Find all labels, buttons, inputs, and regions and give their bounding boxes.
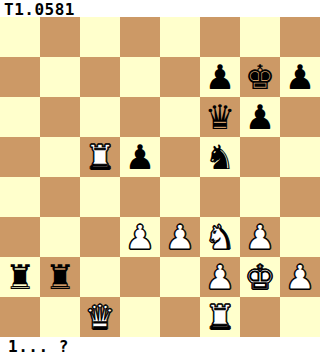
square-g5[interactable] xyxy=(240,137,280,177)
piece-white-pawn: ♟ xyxy=(125,220,155,254)
square-b3[interactable] xyxy=(40,217,80,257)
puzzle-id-label: T1.0581 xyxy=(0,0,320,17)
piece-white-pawn: ♟ xyxy=(165,220,195,254)
square-d5[interactable]: ♟ xyxy=(120,137,160,177)
square-c6[interactable] xyxy=(80,97,120,137)
square-a1[interactable] xyxy=(0,297,40,337)
square-e8[interactable] xyxy=(160,17,200,57)
square-e3[interactable]: ♟ xyxy=(160,217,200,257)
square-a3[interactable] xyxy=(0,217,40,257)
square-b4[interactable] xyxy=(40,177,80,217)
square-d6[interactable] xyxy=(120,97,160,137)
square-f7[interactable]: ♟ xyxy=(200,57,240,97)
square-h8[interactable] xyxy=(280,17,320,57)
square-g1[interactable] xyxy=(240,297,280,337)
square-e7[interactable] xyxy=(160,57,200,97)
square-h7[interactable]: ♟ xyxy=(280,57,320,97)
square-c7[interactable] xyxy=(80,57,120,97)
square-d7[interactable] xyxy=(120,57,160,97)
square-a4[interactable] xyxy=(0,177,40,217)
piece-white-rook: ♜ xyxy=(85,140,115,174)
piece-black-pawn: ♟ xyxy=(285,60,315,94)
piece-black-king: ♚ xyxy=(245,60,275,94)
piece-black-queen: ♛ xyxy=(205,100,235,134)
square-g8[interactable] xyxy=(240,17,280,57)
square-d4[interactable] xyxy=(120,177,160,217)
square-g6[interactable]: ♟ xyxy=(240,97,280,137)
square-g2[interactable]: ♚ xyxy=(240,257,280,297)
square-e5[interactable] xyxy=(160,137,200,177)
square-d8[interactable] xyxy=(120,17,160,57)
square-f5[interactable]: ♞ xyxy=(200,137,240,177)
square-h1[interactable] xyxy=(280,297,320,337)
square-h5[interactable] xyxy=(280,137,320,177)
square-f8[interactable] xyxy=(200,17,240,57)
square-b8[interactable] xyxy=(40,17,80,57)
piece-black-rook: ♜ xyxy=(45,260,75,294)
piece-white-pawn: ♟ xyxy=(205,260,235,294)
square-c8[interactable] xyxy=(80,17,120,57)
square-b2[interactable]: ♜ xyxy=(40,257,80,297)
square-d2[interactable] xyxy=(120,257,160,297)
square-a5[interactable] xyxy=(0,137,40,177)
square-e4[interactable] xyxy=(160,177,200,217)
square-f3[interactable]: ♞ xyxy=(200,217,240,257)
square-g4[interactable] xyxy=(240,177,280,217)
square-g7[interactable]: ♚ xyxy=(240,57,280,97)
square-e1[interactable] xyxy=(160,297,200,337)
piece-black-pawn: ♟ xyxy=(245,100,275,134)
square-c5[interactable]: ♜ xyxy=(80,137,120,177)
piece-white-knight: ♞ xyxy=(205,220,235,254)
piece-black-knight: ♞ xyxy=(205,140,235,174)
square-f4[interactable] xyxy=(200,177,240,217)
square-h4[interactable] xyxy=(280,177,320,217)
puzzle-page: T1.0581 ♟♚♟♛♟♜♟♞♟♟♞♟♜♜♟♚♟♛♜ 1... ? xyxy=(0,0,320,360)
square-h6[interactable] xyxy=(280,97,320,137)
piece-white-rook: ♜ xyxy=(205,300,235,334)
piece-black-pawn: ♟ xyxy=(205,60,235,94)
piece-white-king: ♚ xyxy=(245,260,275,294)
square-c1[interactable]: ♛ xyxy=(80,297,120,337)
square-a7[interactable] xyxy=(0,57,40,97)
square-b1[interactable] xyxy=(40,297,80,337)
square-h3[interactable] xyxy=(280,217,320,257)
square-g3[interactable]: ♟ xyxy=(240,217,280,257)
piece-white-pawn: ♟ xyxy=(285,260,315,294)
square-d3[interactable]: ♟ xyxy=(120,217,160,257)
square-f1[interactable]: ♜ xyxy=(200,297,240,337)
square-c3[interactable] xyxy=(80,217,120,257)
square-f2[interactable]: ♟ xyxy=(200,257,240,297)
square-a8[interactable] xyxy=(0,17,40,57)
square-e6[interactable] xyxy=(160,97,200,137)
square-e2[interactable] xyxy=(160,257,200,297)
square-c4[interactable] xyxy=(80,177,120,217)
square-f6[interactable]: ♛ xyxy=(200,97,240,137)
square-b6[interactable] xyxy=(40,97,80,137)
piece-black-pawn: ♟ xyxy=(125,140,155,174)
square-b5[interactable] xyxy=(40,137,80,177)
square-a2[interactable]: ♜ xyxy=(0,257,40,297)
square-c2[interactable] xyxy=(80,257,120,297)
chess-board: ♟♚♟♛♟♜♟♞♟♟♞♟♜♜♟♚♟♛♜ xyxy=(0,17,320,337)
piece-white-pawn: ♟ xyxy=(245,220,275,254)
square-b7[interactable] xyxy=(40,57,80,97)
piece-black-rook: ♜ xyxy=(5,260,35,294)
square-h2[interactable]: ♟ xyxy=(280,257,320,297)
square-a6[interactable] xyxy=(0,97,40,137)
piece-white-queen: ♛ xyxy=(85,300,115,334)
move-prompt-label: 1... ? xyxy=(0,337,320,360)
square-d1[interactable] xyxy=(120,297,160,337)
